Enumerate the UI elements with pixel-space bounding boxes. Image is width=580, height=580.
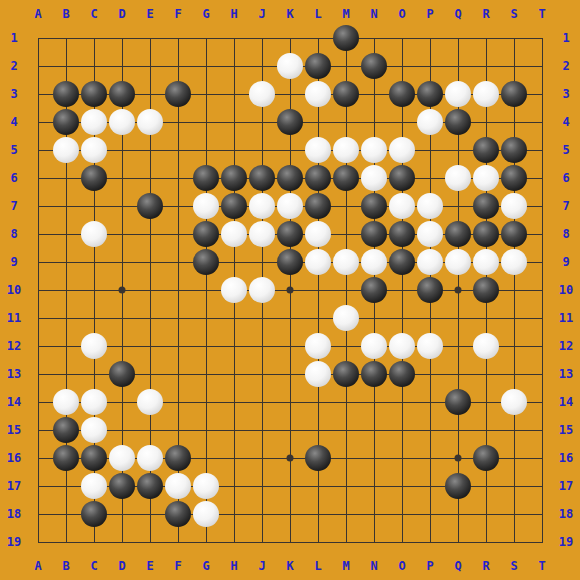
row-label-right: 7 [562,200,569,212]
black-stone-Q8[interactable] [445,221,471,247]
black-stone-R16[interactable] [473,445,499,471]
column-label-bottom: G [202,560,209,572]
black-stone-C18[interactable] [81,501,107,527]
black-stone-O8[interactable] [389,221,415,247]
white-stone-M9[interactable] [333,249,359,275]
black-stone-R10[interactable] [473,277,499,303]
black-stone-C3[interactable] [81,81,107,107]
white-stone-K2[interactable] [277,53,303,79]
black-stone-G9[interactable] [193,249,219,275]
black-stone-E7[interactable] [137,193,163,219]
column-label-top: L [314,8,321,20]
grid-hline [38,542,543,543]
row-label-left: 3 [10,88,17,100]
column-label-top: O [398,8,405,20]
black-stone-B15[interactable] [53,417,79,443]
row-label-left: 11 [7,312,21,324]
black-stone-M3[interactable] [333,81,359,107]
column-label-top: H [230,8,237,20]
black-stone-N13[interactable] [361,361,387,387]
column-label-top: F [174,8,181,20]
column-label-bottom: K [286,560,293,572]
black-stone-L16[interactable] [305,445,331,471]
black-stone-N8[interactable] [361,221,387,247]
black-stone-B4[interactable] [53,109,79,135]
white-stone-L3[interactable] [305,81,331,107]
black-stone-M6[interactable] [333,165,359,191]
black-stone-M13[interactable] [333,361,359,387]
white-stone-C15[interactable] [81,417,107,443]
white-stone-L8[interactable] [305,221,331,247]
white-stone-H10[interactable] [221,277,247,303]
row-label-right: 15 [559,424,573,436]
row-label-left: 2 [10,60,17,72]
black-stone-O13[interactable] [389,361,415,387]
black-stone-R8[interactable] [473,221,499,247]
black-stone-F3[interactable] [165,81,191,107]
row-label-right: 5 [562,144,569,156]
row-label-right: 6 [562,172,569,184]
white-stone-P9[interactable] [417,249,443,275]
white-stone-R9[interactable] [473,249,499,275]
white-stone-L13[interactable] [305,361,331,387]
row-label-right: 1 [562,32,569,44]
white-stone-P8[interactable] [417,221,443,247]
white-stone-O12[interactable] [389,333,415,359]
white-stone-J8[interactable] [249,221,275,247]
white-stone-R6[interactable] [473,165,499,191]
black-stone-K4[interactable] [277,109,303,135]
black-stone-K6[interactable] [277,165,303,191]
black-stone-L2[interactable] [305,53,331,79]
black-stone-D17[interactable] [109,473,135,499]
grid-vline [346,38,347,543]
black-stone-D13[interactable] [109,361,135,387]
grid-vline [514,38,515,543]
black-stone-N7[interactable] [361,193,387,219]
row-label-left: 8 [10,228,17,240]
row-label-right: 10 [559,284,573,296]
grid-hline [38,318,543,319]
column-label-bottom: P [426,560,433,572]
black-stone-P10[interactable] [417,277,443,303]
row-label-right: 14 [559,396,573,408]
row-label-right: 2 [562,60,569,72]
black-stone-G8[interactable] [193,221,219,247]
white-stone-D16[interactable] [109,445,135,471]
white-stone-Q3[interactable] [445,81,471,107]
black-stone-Q14[interactable] [445,389,471,415]
row-label-left: 6 [10,172,17,184]
white-stone-S7[interactable] [501,193,527,219]
black-stone-S8[interactable] [501,221,527,247]
white-stone-L9[interactable] [305,249,331,275]
row-label-left: 5 [10,144,17,156]
black-stone-C6[interactable] [81,165,107,191]
column-label-top: Q [454,8,461,20]
column-label-top: J [258,8,265,20]
column-label-bottom: Q [454,560,461,572]
black-stone-R7[interactable] [473,193,499,219]
white-stone-O5[interactable] [389,137,415,163]
white-stone-S14[interactable] [501,389,527,415]
white-stone-E14[interactable] [137,389,163,415]
black-stone-S6[interactable] [501,165,527,191]
column-label-top: K [286,8,293,20]
row-label-right: 17 [559,480,573,492]
white-stone-N9[interactable] [361,249,387,275]
row-label-left: 12 [7,340,21,352]
column-label-bottom: D [118,560,125,572]
white-stone-F17[interactable] [165,473,191,499]
black-stone-K9[interactable] [277,249,303,275]
black-stone-M1[interactable] [333,25,359,51]
white-stone-C17[interactable] [81,473,107,499]
row-label-left: 17 [7,480,21,492]
row-label-right: 13 [559,368,573,380]
grid-hline [38,514,543,515]
column-label-top: S [510,8,517,20]
black-stone-D3[interactable] [109,81,135,107]
column-label-top: R [482,8,489,20]
white-stone-S9[interactable] [501,249,527,275]
grid-vline [542,38,543,543]
row-label-right: 12 [559,340,573,352]
column-label-top: M [342,8,349,20]
column-label-bottom: A [34,560,41,572]
go-board[interactable]: AABBCCDDEEFFGGHHJJKKLLMMNNOOPPQQRRSSTT11… [0,0,580,580]
white-stone-B5[interactable] [53,137,79,163]
white-stone-L5[interactable] [305,137,331,163]
black-stone-R5[interactable] [473,137,499,163]
white-stone-N12[interactable] [361,333,387,359]
star-point [455,287,462,294]
black-stone-E17[interactable] [137,473,163,499]
white-stone-E16[interactable] [137,445,163,471]
row-label-left: 10 [7,284,21,296]
column-label-top: A [34,8,41,20]
grid-vline [402,38,403,543]
white-stone-B14[interactable] [53,389,79,415]
column-label-top: C [90,8,97,20]
black-stone-J6[interactable] [249,165,275,191]
white-stone-H8[interactable] [221,221,247,247]
row-label-right: 9 [562,256,569,268]
black-stone-F16[interactable] [165,445,191,471]
column-label-bottom: C [90,560,97,572]
white-stone-P12[interactable] [417,333,443,359]
row-label-left: 19 [7,536,21,548]
row-label-left: 4 [10,116,17,128]
black-stone-N10[interactable] [361,277,387,303]
black-stone-P3[interactable] [417,81,443,107]
column-label-top: P [426,8,433,20]
column-label-top: B [62,8,69,20]
row-label-left: 18 [7,508,21,520]
black-stone-L7[interactable] [305,193,331,219]
black-stone-K8[interactable] [277,221,303,247]
star-point [455,455,462,462]
column-label-bottom: J [258,560,265,572]
column-label-bottom: H [230,560,237,572]
black-stone-S5[interactable] [501,137,527,163]
row-label-left: 15 [7,424,21,436]
row-label-left: 14 [7,396,21,408]
black-stone-O3[interactable] [389,81,415,107]
row-label-left: 13 [7,368,21,380]
column-label-bottom: B [62,560,69,572]
row-label-right: 8 [562,228,569,240]
black-stone-H7[interactable] [221,193,247,219]
white-stone-C5[interactable] [81,137,107,163]
white-stone-Q6[interactable] [445,165,471,191]
black-stone-H6[interactable] [221,165,247,191]
black-stone-G6[interactable] [193,165,219,191]
row-label-right: 18 [559,508,573,520]
column-label-bottom: E [146,560,153,572]
black-stone-O6[interactable] [389,165,415,191]
white-stone-J3[interactable] [249,81,275,107]
column-label-bottom: R [482,560,489,572]
white-stone-K7[interactable] [277,193,303,219]
white-stone-G17[interactable] [193,473,219,499]
column-label-bottom: T [538,560,545,572]
black-stone-C16[interactable] [81,445,107,471]
column-label-bottom: S [510,560,517,572]
white-stone-E4[interactable] [137,109,163,135]
row-label-left: 1 [10,32,17,44]
star-point [287,287,294,294]
white-stone-C4[interactable] [81,109,107,135]
white-stone-N5[interactable] [361,137,387,163]
column-label-bottom: N [370,560,377,572]
black-stone-B3[interactable] [53,81,79,107]
row-label-right: 16 [559,452,573,464]
white-stone-N6[interactable] [361,165,387,191]
white-stone-L12[interactable] [305,333,331,359]
white-stone-P4[interactable] [417,109,443,135]
row-label-left: 16 [7,452,21,464]
row-label-right: 11 [559,312,573,324]
white-stone-P7[interactable] [417,193,443,219]
column-label-bottom: F [174,560,181,572]
black-stone-B16[interactable] [53,445,79,471]
black-stone-F18[interactable] [165,501,191,527]
column-label-bottom: M [342,560,349,572]
column-label-top: E [146,8,153,20]
column-label-bottom: L [314,560,321,572]
star-point [119,287,126,294]
black-stone-S3[interactable] [501,81,527,107]
white-stone-Q9[interactable] [445,249,471,275]
white-stone-M11[interactable] [333,305,359,331]
column-label-top: N [370,8,377,20]
black-stone-L6[interactable] [305,165,331,191]
column-label-top: G [202,8,209,20]
black-stone-Q17[interactable] [445,473,471,499]
column-label-top: D [118,8,125,20]
white-stone-C12[interactable] [81,333,107,359]
grid-hline [38,430,543,431]
row-label-right: 3 [562,88,569,100]
row-label-left: 7 [10,200,17,212]
white-stone-J10[interactable] [249,277,275,303]
row-label-right: 4 [562,116,569,128]
white-stone-J7[interactable] [249,193,275,219]
star-point [287,455,294,462]
white-stone-G18[interactable] [193,501,219,527]
white-stone-C14[interactable] [81,389,107,415]
white-stone-D4[interactable] [109,109,135,135]
black-stone-O9[interactable] [389,249,415,275]
column-label-bottom: O [398,560,405,572]
row-label-right: 19 [559,536,573,548]
row-label-left: 9 [10,256,17,268]
column-label-top: T [538,8,545,20]
black-stone-N2[interactable] [361,53,387,79]
black-stone-Q4[interactable] [445,109,471,135]
white-stone-M5[interactable] [333,137,359,163]
white-stone-O7[interactable] [389,193,415,219]
white-stone-R3[interactable] [473,81,499,107]
grid-hline [38,346,543,347]
white-stone-R12[interactable] [473,333,499,359]
white-stone-C8[interactable] [81,221,107,247]
white-stone-G7[interactable] [193,193,219,219]
